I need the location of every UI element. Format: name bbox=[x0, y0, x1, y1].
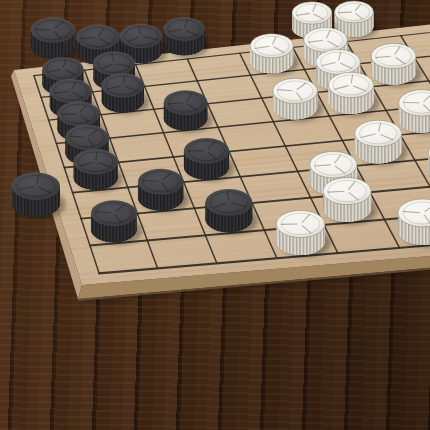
game-scene bbox=[0, 0, 430, 430]
white-piece-r1c6[interactable] bbox=[371, 43, 421, 87]
black-piece-r4c2[interactable] bbox=[184, 138, 235, 182]
captured-black-piece[interactable] bbox=[12, 173, 66, 220]
table-surface bbox=[0, 0, 430, 430]
black-piece-r2c2[interactable] bbox=[164, 90, 213, 132]
white-piece-r4c5[interactable] bbox=[355, 120, 408, 166]
black-piece-r4c0[interactable] bbox=[74, 149, 123, 192]
black-piece-r5c1[interactable] bbox=[138, 169, 189, 213]
black-piece-r6c0[interactable] bbox=[91, 200, 142, 244]
black-piece-r6c2[interactable] bbox=[205, 189, 257, 235]
white-piece-r0c4[interactable] bbox=[250, 34, 298, 76]
white-piece-r2c5[interactable] bbox=[328, 72, 379, 116]
captured-black-piece[interactable] bbox=[31, 18, 80, 61]
white-piece-r2c4[interactable] bbox=[273, 78, 323, 121]
black-piece-r1c1[interactable] bbox=[102, 74, 149, 115]
captured-black-piece[interactable] bbox=[164, 18, 210, 58]
